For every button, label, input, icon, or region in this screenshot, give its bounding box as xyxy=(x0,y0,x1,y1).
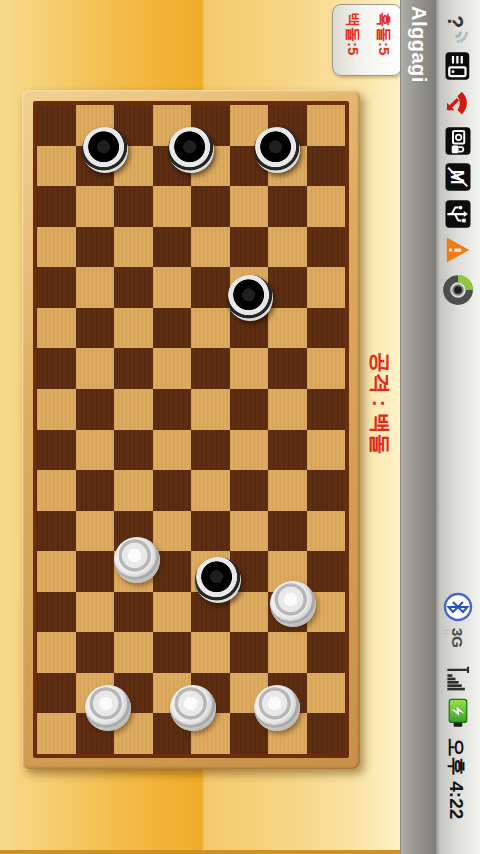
board-cell xyxy=(268,227,307,268)
white-stone[interactable] xyxy=(270,581,316,627)
board-cell xyxy=(268,632,307,673)
board-cell xyxy=(268,470,307,511)
board-cell xyxy=(268,308,307,349)
board-cell xyxy=(37,713,76,754)
board-cell xyxy=(230,430,269,471)
board-cell xyxy=(37,470,76,511)
board-cell xyxy=(37,348,76,389)
board-cell xyxy=(76,592,115,633)
board-cell xyxy=(114,186,153,227)
board-inner xyxy=(33,101,349,758)
board-cell xyxy=(76,308,115,349)
clock-label: 오후 4:22 xyxy=(443,738,469,830)
board-cell xyxy=(268,186,307,227)
data-arrows-icon: ↑↓ xyxy=(442,628,452,635)
board-cell xyxy=(76,430,115,471)
play-area[interactable] xyxy=(37,105,345,754)
board-cell xyxy=(153,348,192,389)
score-black: 흑돌:5 xyxy=(369,12,400,77)
board-cell xyxy=(114,430,153,471)
board-cell xyxy=(153,227,192,268)
board-cell xyxy=(37,592,76,633)
data-3g-icon: 3G ↑↓ xyxy=(440,628,466,664)
board-cell xyxy=(307,632,346,673)
board-cell xyxy=(191,227,230,268)
board-cell xyxy=(37,186,76,227)
bottom-edge-line xyxy=(0,850,400,854)
board-cell xyxy=(268,430,307,471)
board-cell xyxy=(114,592,153,633)
black-stone[interactable] xyxy=(227,275,273,321)
board-cell xyxy=(153,389,192,430)
black-stone[interactable] xyxy=(168,127,214,173)
board-cell xyxy=(268,267,307,308)
board-cell xyxy=(153,592,192,633)
status-bar[interactable]: ? M xyxy=(436,0,480,854)
battery-charging-icon xyxy=(443,698,473,728)
board-cell xyxy=(230,632,269,673)
board-cell xyxy=(37,267,76,308)
board-cell xyxy=(37,227,76,268)
board-cell xyxy=(230,511,269,552)
screen-lock-icon xyxy=(443,126,473,156)
email-icon: M xyxy=(443,162,473,192)
dock-icon xyxy=(443,51,473,81)
board-cell xyxy=(191,308,230,349)
board-cell xyxy=(114,632,153,673)
board-cell xyxy=(37,430,76,471)
board-cell xyxy=(307,146,346,187)
board-cell xyxy=(191,511,230,552)
board-cell xyxy=(76,186,115,227)
board-cell xyxy=(191,470,230,511)
usb-icon xyxy=(443,199,473,229)
game-area: 흑돌:5 백돌:5 공격 : 백돌 xyxy=(0,0,400,854)
board-cell xyxy=(114,348,153,389)
board-cell xyxy=(37,511,76,552)
board-cell xyxy=(153,470,192,511)
white-stone[interactable] xyxy=(170,685,216,731)
board-cell xyxy=(230,186,269,227)
board-cell xyxy=(114,470,153,511)
score-text: 흑돌:5 백돌:5 xyxy=(333,5,403,77)
black-stone[interactable] xyxy=(254,127,300,173)
board-cell xyxy=(307,308,346,349)
board-cell xyxy=(153,308,192,349)
board-cell xyxy=(230,389,269,430)
board-cell xyxy=(230,227,269,268)
svg-text:?: ? xyxy=(443,15,467,28)
board-cell xyxy=(307,713,346,754)
board-cell xyxy=(307,551,346,592)
board-cell xyxy=(191,430,230,471)
board-cell xyxy=(114,389,153,430)
board-cell xyxy=(37,551,76,592)
board-cell xyxy=(307,227,346,268)
board-cell xyxy=(153,267,192,308)
turn-indicator: 공격 : 백돌 xyxy=(368,352,392,482)
black-stone[interactable] xyxy=(195,557,241,603)
signal-strength-icon xyxy=(443,663,473,693)
app-title: Alggagi xyxy=(401,6,437,226)
board-cell xyxy=(76,551,115,592)
board-cell xyxy=(191,348,230,389)
board-cell xyxy=(153,632,192,673)
board-cell xyxy=(230,348,269,389)
score-panel: 흑돌:5 백돌:5 xyxy=(332,4,402,76)
board-cell xyxy=(230,592,269,633)
board-cell xyxy=(76,227,115,268)
board-cell xyxy=(307,267,346,308)
board-cell xyxy=(268,348,307,389)
board-cell xyxy=(37,673,76,714)
white-stone[interactable] xyxy=(254,685,300,731)
score-white: 백돌:5 xyxy=(338,12,369,77)
board-cell xyxy=(191,632,230,673)
bluetooth-icon xyxy=(443,592,473,622)
white-stone[interactable] xyxy=(114,537,160,583)
board-cell xyxy=(114,227,153,268)
board-cell xyxy=(307,430,346,471)
board-cell xyxy=(191,389,230,430)
board-cell xyxy=(37,308,76,349)
warning-icon xyxy=(443,235,473,265)
board-cell xyxy=(191,267,230,308)
board-cell xyxy=(76,470,115,511)
board-cell xyxy=(153,430,192,471)
board-cell xyxy=(268,389,307,430)
board-cell xyxy=(76,511,115,552)
board-cell xyxy=(76,389,115,430)
board-cell xyxy=(307,673,346,714)
missed-call-icon xyxy=(443,88,473,118)
board-cell xyxy=(76,267,115,308)
board-cell xyxy=(37,146,76,187)
board-cell xyxy=(230,470,269,511)
board-frame xyxy=(22,90,360,769)
board-cell xyxy=(307,389,346,430)
board-cell xyxy=(37,632,76,673)
board-cell xyxy=(307,511,346,552)
board-cell xyxy=(76,348,115,389)
board-cell xyxy=(307,348,346,389)
title-bar: Alggagi xyxy=(400,0,436,854)
board-cell xyxy=(76,632,115,673)
white-stone[interactable] xyxy=(85,685,131,731)
board-cell xyxy=(307,186,346,227)
board-cell xyxy=(191,186,230,227)
board-cell xyxy=(114,267,153,308)
board-cell xyxy=(37,389,76,430)
wifi-question-icon: ? xyxy=(443,13,473,43)
board-cell xyxy=(307,470,346,511)
board-cell xyxy=(153,511,192,552)
board-cell xyxy=(307,105,346,146)
black-stone[interactable] xyxy=(82,127,128,173)
board-cell xyxy=(114,308,153,349)
board-cell xyxy=(153,186,192,227)
sync-loader-icon xyxy=(441,273,475,307)
board-cell xyxy=(268,511,307,552)
board-cell xyxy=(37,105,76,146)
